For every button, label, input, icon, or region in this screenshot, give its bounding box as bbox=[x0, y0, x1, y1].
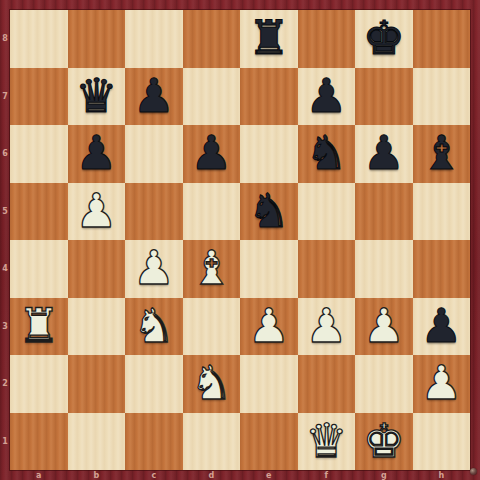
square-a8[interactable] bbox=[10, 10, 68, 68]
piece-white-pawn[interactable]: ♟ bbox=[305, 302, 347, 349]
piece-black-king[interactable]: ♚ bbox=[363, 14, 405, 61]
square-e2[interactable] bbox=[240, 355, 298, 413]
square-a3[interactable]: ♜ bbox=[10, 298, 68, 356]
file-label-h: h bbox=[413, 470, 471, 480]
rank-label-3: 3 bbox=[0, 298, 10, 356]
rank-label-4: 4 bbox=[0, 240, 10, 298]
square-g8[interactable]: ♚ bbox=[355, 10, 413, 68]
square-d2[interactable]: ♞ bbox=[183, 355, 241, 413]
square-f1[interactable]: ♛ bbox=[298, 413, 356, 471]
square-e4[interactable] bbox=[240, 240, 298, 298]
square-g2[interactable] bbox=[355, 355, 413, 413]
file-label-g: g bbox=[355, 470, 413, 480]
square-h7[interactable] bbox=[413, 68, 471, 126]
file-labels: abcdefgh bbox=[10, 470, 470, 480]
square-d3[interactable] bbox=[183, 298, 241, 356]
square-d4[interactable]: ♝ bbox=[183, 240, 241, 298]
square-h5[interactable] bbox=[413, 183, 471, 241]
square-g4[interactable] bbox=[355, 240, 413, 298]
rank-label-2: 2 bbox=[0, 355, 10, 413]
square-d5[interactable] bbox=[183, 183, 241, 241]
square-a2[interactable] bbox=[10, 355, 68, 413]
square-c3[interactable]: ♞ bbox=[125, 298, 183, 356]
piece-white-pawn[interactable]: ♟ bbox=[420, 359, 462, 406]
piece-black-knight[interactable]: ♞ bbox=[248, 187, 290, 234]
piece-black-bishop[interactable]: ♝ bbox=[420, 129, 462, 176]
file-label-f: f bbox=[298, 470, 356, 480]
square-b2[interactable] bbox=[68, 355, 126, 413]
square-c5[interactable] bbox=[125, 183, 183, 241]
square-d7[interactable] bbox=[183, 68, 241, 126]
piece-black-knight[interactable]: ♞ bbox=[305, 129, 347, 176]
square-f5[interactable] bbox=[298, 183, 356, 241]
square-c1[interactable] bbox=[125, 413, 183, 471]
square-g7[interactable] bbox=[355, 68, 413, 126]
rank-labels: 87654321 bbox=[0, 10, 10, 470]
board-logo-dot bbox=[470, 468, 477, 475]
chess-board: ♜♚♛♟♟♟♟♞♟♝♟♞♟♝♜♞♟♟♟♟♞♟♛♚ bbox=[10, 10, 470, 470]
piece-white-pawn[interactable]: ♟ bbox=[75, 187, 117, 234]
square-e1[interactable] bbox=[240, 413, 298, 471]
file-label-a: a bbox=[10, 470, 68, 480]
square-b7[interactable]: ♛ bbox=[68, 68, 126, 126]
square-e3[interactable]: ♟ bbox=[240, 298, 298, 356]
piece-white-knight[interactable]: ♞ bbox=[190, 359, 232, 406]
piece-black-pawn[interactable]: ♟ bbox=[190, 129, 232, 176]
square-f2[interactable] bbox=[298, 355, 356, 413]
square-a1[interactable] bbox=[10, 413, 68, 471]
square-c2[interactable] bbox=[125, 355, 183, 413]
square-d6[interactable]: ♟ bbox=[183, 125, 241, 183]
file-label-e: e bbox=[240, 470, 298, 480]
piece-black-rook[interactable]: ♜ bbox=[248, 14, 290, 61]
piece-white-rook[interactable]: ♜ bbox=[18, 302, 60, 349]
square-h4[interactable] bbox=[413, 240, 471, 298]
square-b3[interactable] bbox=[68, 298, 126, 356]
square-e8[interactable]: ♜ bbox=[240, 10, 298, 68]
square-d1[interactable] bbox=[183, 413, 241, 471]
square-a6[interactable] bbox=[10, 125, 68, 183]
piece-white-king[interactable]: ♚ bbox=[363, 417, 405, 464]
piece-white-pawn[interactable]: ♟ bbox=[363, 302, 405, 349]
square-a4[interactable] bbox=[10, 240, 68, 298]
piece-black-pawn[interactable]: ♟ bbox=[133, 72, 175, 119]
square-h8[interactable] bbox=[413, 10, 471, 68]
piece-black-pawn[interactable]: ♟ bbox=[420, 302, 462, 349]
rank-label-8: 8 bbox=[0, 10, 10, 68]
square-f6[interactable]: ♞ bbox=[298, 125, 356, 183]
piece-white-pawn[interactable]: ♟ bbox=[248, 302, 290, 349]
piece-black-pawn[interactable]: ♟ bbox=[363, 129, 405, 176]
square-c7[interactable]: ♟ bbox=[125, 68, 183, 126]
square-e5[interactable]: ♞ bbox=[240, 183, 298, 241]
piece-white-bishop[interactable]: ♝ bbox=[190, 244, 232, 291]
file-label-d: d bbox=[183, 470, 241, 480]
piece-white-queen[interactable]: ♛ bbox=[305, 417, 347, 464]
square-b1[interactable] bbox=[68, 413, 126, 471]
piece-white-knight[interactable]: ♞ bbox=[133, 302, 175, 349]
piece-black-queen[interactable]: ♛ bbox=[75, 72, 117, 119]
square-g5[interactable] bbox=[355, 183, 413, 241]
square-e6[interactable] bbox=[240, 125, 298, 183]
square-d8[interactable] bbox=[183, 10, 241, 68]
square-f8[interactable] bbox=[298, 10, 356, 68]
square-c8[interactable] bbox=[125, 10, 183, 68]
square-h2[interactable]: ♟ bbox=[413, 355, 471, 413]
square-g1[interactable]: ♚ bbox=[355, 413, 413, 471]
piece-black-pawn[interactable]: ♟ bbox=[75, 129, 117, 176]
square-f7[interactable]: ♟ bbox=[298, 68, 356, 126]
rank-label-5: 5 bbox=[0, 183, 10, 241]
rank-label-1: 1 bbox=[0, 413, 10, 471]
square-h3[interactable]: ♟ bbox=[413, 298, 471, 356]
square-b8[interactable] bbox=[68, 10, 126, 68]
file-label-b: b bbox=[68, 470, 126, 480]
square-a5[interactable] bbox=[10, 183, 68, 241]
square-f3[interactable]: ♟ bbox=[298, 298, 356, 356]
board-frame: ♜♚♛♟♟♟♟♞♟♝♟♞♟♝♜♞♟♟♟♟♞♟♛♚ 87654321 abcdef… bbox=[0, 0, 480, 480]
rank-label-6: 6 bbox=[0, 125, 10, 183]
file-label-c: c bbox=[125, 470, 183, 480]
square-c6[interactable] bbox=[125, 125, 183, 183]
square-c4[interactable]: ♟ bbox=[125, 240, 183, 298]
square-h6[interactable]: ♝ bbox=[413, 125, 471, 183]
rank-label-7: 7 bbox=[0, 68, 10, 126]
square-g6[interactable]: ♟ bbox=[355, 125, 413, 183]
square-a7[interactable] bbox=[10, 68, 68, 126]
square-h1[interactable] bbox=[413, 413, 471, 471]
square-g3[interactable]: ♟ bbox=[355, 298, 413, 356]
piece-white-pawn[interactable]: ♟ bbox=[133, 244, 175, 291]
square-b4[interactable] bbox=[68, 240, 126, 298]
piece-black-pawn[interactable]: ♟ bbox=[305, 72, 347, 119]
square-f4[interactable] bbox=[298, 240, 356, 298]
square-b5[interactable]: ♟ bbox=[68, 183, 126, 241]
square-e7[interactable] bbox=[240, 68, 298, 126]
square-b6[interactable]: ♟ bbox=[68, 125, 126, 183]
